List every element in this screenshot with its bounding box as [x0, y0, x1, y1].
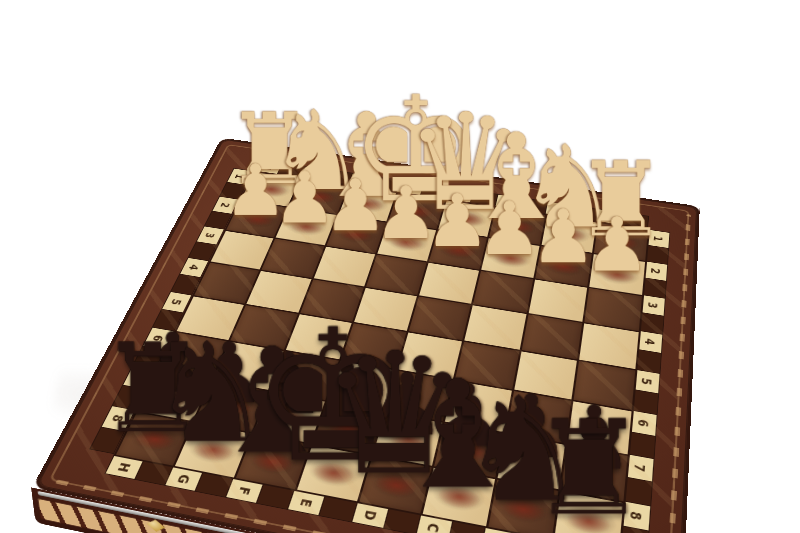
- separator-cell: [449, 521, 485, 533]
- file-label-C: C: [416, 515, 452, 533]
- scene: HGFEDCBA HGFEDCBA 12345678 12345678 ♜♞♝♚…: [0, 0, 800, 533]
- square-a4[interactable]: [579, 323, 639, 369]
- rank-label-3: 3: [642, 295, 665, 316]
- file-label-G: G: [166, 467, 203, 491]
- file-label-D: D: [352, 502, 388, 528]
- file-label-E: E: [289, 490, 325, 515]
- square-b4[interactable]: [521, 314, 582, 359]
- square-b3[interactable]: [528, 279, 587, 321]
- square-d3[interactable]: [419, 263, 479, 304]
- rank-label-4: 4: [180, 258, 208, 277]
- separator-cell: [189, 242, 216, 261]
- square-c3[interactable]: [473, 271, 532, 313]
- board-grid: ♜♞♝♚♛♝♞♜♟♟♟♟♟♟♟♟♟♟♟♟♟♟♟♟♜♞♝♚♛♝♞♜: [113, 171, 650, 533]
- separator-cell: [636, 350, 660, 373]
- square-h4[interactable]: [194, 263, 259, 304]
- carved-frame-inlay-right: [666, 214, 692, 533]
- separator-cell: [640, 313, 664, 334]
- file-label-B: B: [482, 527, 517, 533]
- separator-cell: [320, 496, 356, 521]
- separator-cell: [135, 461, 172, 485]
- carved-rope-inlay-side: [678, 216, 699, 533]
- square-c4[interactable]: [465, 305, 527, 349]
- separator-cell: [384, 508, 420, 533]
- square-a8[interactable]: ♜: [554, 491, 623, 533]
- product-photo: HGFEDCBA HGFEDCBA 12345678 12345678 ♜♞♝♚…: [0, 0, 800, 533]
- square-a3[interactable]: [584, 288, 642, 331]
- rank-label-3: 3: [197, 227, 224, 245]
- square-a2[interactable]: ♟: [589, 254, 645, 294]
- chess-board: HGFEDCBA HGFEDCBA 12345678 12345678 ♜♞♝♚…: [32, 138, 700, 533]
- square-e3[interactable]: [366, 254, 427, 294]
- separator-cell: [620, 526, 648, 533]
- separator-cell: [643, 278, 666, 298]
